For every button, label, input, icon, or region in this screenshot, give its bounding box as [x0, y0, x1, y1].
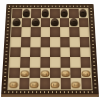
square-b8[interactable]: ⛂	[22, 9, 32, 18]
square-h8[interactable]: ⛂	[78, 9, 88, 18]
square-b2[interactable]: ⛀	[19, 68, 30, 79]
square-g4[interactable]	[70, 47, 80, 57]
dark-man-piece[interactable]: ⛂	[12, 18, 20, 27]
dark-man-piece[interactable]: ⛂	[79, 9, 87, 17]
board-grid: ⛂⛂⛂⛂⛂⛂⛂⛂⛀⛀⛀⛀⛀⛀⛀⛀	[8, 9, 91, 90]
square-h3[interactable]	[80, 57, 91, 67]
dark-man-piece[interactable]: ⛂	[32, 18, 40, 27]
square-a3[interactable]	[9, 57, 20, 67]
light-man-piece[interactable]: ⛀	[61, 70, 70, 77]
board-border-ornament-top	[9, 6, 91, 8]
square-b7[interactable]	[21, 18, 31, 27]
light-man-piece[interactable]: ⛀	[51, 81, 60, 88]
square-c6[interactable]	[31, 27, 41, 37]
square-g8[interactable]	[69, 9, 79, 18]
square-f1[interactable]	[60, 78, 71, 89]
square-d5[interactable]	[40, 37, 50, 47]
square-h7[interactable]	[78, 18, 88, 27]
square-f8[interactable]: ⛂	[59, 9, 69, 18]
square-f7[interactable]	[59, 18, 69, 27]
square-a5[interactable]	[11, 37, 21, 47]
square-b3[interactable]	[20, 57, 30, 67]
square-g3[interactable]	[70, 57, 80, 67]
square-a1[interactable]: ⛀	[8, 78, 19, 89]
square-h5[interactable]	[79, 37, 89, 47]
square-g1[interactable]: ⛀	[71, 78, 82, 89]
square-c5[interactable]	[30, 37, 40, 47]
square-b1[interactable]	[19, 78, 30, 89]
square-a8[interactable]	[12, 9, 22, 18]
square-a4[interactable]	[10, 47, 20, 57]
square-c7[interactable]: ⛂	[31, 18, 41, 27]
square-f4[interactable]	[60, 47, 70, 57]
square-b4[interactable]	[20, 47, 30, 57]
light-man-piece[interactable]: ⛀	[9, 81, 18, 88]
square-e1[interactable]: ⛀	[50, 78, 60, 89]
square-h4[interactable]	[80, 47, 90, 57]
dark-man-piece[interactable]: ⛂	[60, 9, 68, 17]
dark-man-piece[interactable]: ⛂	[41, 9, 49, 17]
square-d7[interactable]	[40, 18, 50, 27]
square-g5[interactable]	[69, 37, 79, 47]
square-b6[interactable]	[21, 27, 31, 37]
square-a2[interactable]	[9, 68, 20, 79]
square-h6[interactable]	[79, 27, 89, 37]
square-d1[interactable]	[40, 78, 50, 89]
square-e5[interactable]	[50, 37, 60, 47]
square-b5[interactable]	[20, 37, 30, 47]
square-c2[interactable]	[29, 68, 39, 79]
dark-man-piece[interactable]: ⛂	[70, 18, 78, 27]
square-g2[interactable]	[70, 68, 81, 79]
square-h1[interactable]	[81, 78, 92, 89]
square-c8[interactable]	[31, 9, 41, 18]
square-c1[interactable]: ⛀	[29, 78, 40, 89]
square-e2[interactable]	[50, 68, 60, 79]
square-d3[interactable]	[40, 57, 50, 67]
square-a6[interactable]	[11, 27, 21, 37]
board-border-ornament-bottom	[4, 91, 96, 93]
dark-man-piece[interactable]: ⛂	[22, 9, 30, 17]
board-side-edge	[1, 94, 99, 97]
square-c4[interactable]	[30, 47, 40, 57]
square-d8[interactable]: ⛂	[41, 9, 50, 18]
square-e6[interactable]	[50, 27, 60, 37]
square-e4[interactable]	[50, 47, 60, 57]
square-a7[interactable]: ⛂	[12, 18, 22, 27]
square-f5[interactable]	[60, 37, 70, 47]
square-d6[interactable]	[40, 27, 50, 37]
board-border-ornament-right	[90, 6, 96, 88]
square-h2[interactable]: ⛀	[80, 68, 91, 79]
square-g7[interactable]: ⛂	[69, 18, 79, 27]
product-photo-background: ⛂⛂⛂⛂⛂⛂⛂⛂⛀⛀⛀⛀⛀⛀⛀⛀	[0, 0, 100, 100]
square-e8[interactable]	[50, 9, 59, 18]
board-perspective-wrapper: ⛂⛂⛂⛂⛂⛂⛂⛂⛀⛀⛀⛀⛀⛀⛀⛀	[1, 4, 99, 97]
square-f2[interactable]: ⛀	[60, 68, 70, 79]
square-d2[interactable]: ⛀	[40, 68, 50, 79]
square-d4[interactable]	[40, 47, 50, 57]
dark-man-piece[interactable]: ⛂	[51, 18, 59, 27]
game-board: ⛂⛂⛂⛂⛂⛂⛂⛂⛀⛀⛀⛀⛀⛀⛀⛀	[1, 4, 99, 97]
light-man-piece[interactable]: ⛀	[30, 81, 39, 88]
square-f3[interactable]	[60, 57, 70, 67]
light-man-piece[interactable]: ⛀	[71, 81, 80, 88]
square-e7[interactable]: ⛂	[50, 18, 60, 27]
light-man-piece[interactable]: ⛀	[40, 70, 49, 77]
square-f6[interactable]	[60, 27, 70, 37]
square-g6[interactable]	[69, 27, 79, 37]
light-man-piece[interactable]: ⛀	[20, 70, 29, 77]
light-man-piece[interactable]: ⛀	[81, 70, 90, 77]
square-c3[interactable]	[30, 57, 40, 67]
square-e3[interactable]	[50, 57, 60, 67]
